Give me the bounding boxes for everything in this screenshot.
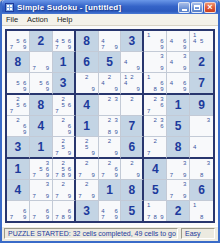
cell-r1c5[interactable]: 479 xyxy=(99,31,122,52)
pencil-empty xyxy=(100,86,107,92)
pencil-empty xyxy=(191,129,198,135)
pencil-mark: 9 xyxy=(44,172,51,178)
pencil-mark: 9 xyxy=(44,86,51,92)
pencil-mark: 9 xyxy=(21,214,28,220)
pencil-empty xyxy=(106,214,113,220)
pencil-mark: 7 xyxy=(100,214,107,220)
cell-r5c1[interactable]: 269 xyxy=(7,116,30,137)
pencil-mark: 7 xyxy=(31,193,38,199)
pencil-mark: 9 xyxy=(90,193,97,199)
cell-r2c5[interactable]: 5 xyxy=(99,52,122,73)
pencil-empty xyxy=(106,108,113,114)
app-icon xyxy=(5,3,14,12)
cell-r5c3[interactable]: 269 xyxy=(53,116,76,137)
cell-r1c3[interactable]: 45679 xyxy=(53,31,76,52)
cell-r7c9[interactable]: 38 xyxy=(190,159,213,180)
cell-r4c4[interactable]: 4 xyxy=(76,95,99,116)
cell-r9c9[interactable]: 18 xyxy=(190,201,213,221)
pencil-empty xyxy=(135,108,141,114)
cell-r3c7[interactable]: 1689 xyxy=(144,73,167,95)
cell-r5c4[interactable]: 1 xyxy=(76,116,99,137)
cell-r4c7[interactable]: 2367 xyxy=(144,95,167,116)
pencil-mark: 9 xyxy=(181,65,188,71)
cell-r9c5[interactable]: 4679 xyxy=(99,201,122,221)
pencil-empty xyxy=(145,44,152,50)
cell-r5c2[interactable]: 4 xyxy=(30,116,53,137)
pencil-mark: 9 xyxy=(66,150,72,156)
pencil-empty xyxy=(152,129,159,135)
pencil-empty xyxy=(83,172,90,178)
pencil-mark: 9 xyxy=(66,214,72,220)
pencil-mark: 7 xyxy=(77,172,84,178)
cell-r4c1[interactable]: 2567 xyxy=(7,95,30,116)
cell-r4c2[interactable]: 8 xyxy=(30,95,53,116)
window-title: Simple Sudoku - [untitled] xyxy=(17,3,178,12)
cell-r1c9[interactable]: 145 xyxy=(190,31,213,52)
pencil-empty xyxy=(205,172,212,178)
minimize-icon xyxy=(182,9,187,11)
pencil-empty xyxy=(205,150,212,156)
pencil-empty xyxy=(106,86,113,92)
pencil-empty xyxy=(191,150,198,156)
pencil-mark: 7 xyxy=(8,214,15,220)
pencil-empty xyxy=(100,108,107,114)
cell-r6c9[interactable]: 4 xyxy=(190,137,213,159)
maximize-icon xyxy=(194,5,200,10)
cell-r9c2[interactable]: 679 xyxy=(30,201,53,221)
menu-action[interactable]: Action xyxy=(27,15,48,24)
cell-r2c8[interactable]: 349 xyxy=(167,52,190,73)
pencil-empty xyxy=(38,214,45,220)
pencil-empty xyxy=(83,150,90,156)
cell-r5c7[interactable]: 236 xyxy=(144,116,167,137)
pencil-mark: 7 xyxy=(8,108,15,114)
pencil-empty xyxy=(175,44,182,50)
pencil-empty xyxy=(38,86,45,92)
cell-r5c9[interactable]: 3 xyxy=(190,116,213,137)
pencil-empty xyxy=(152,108,159,114)
cell-r8c3[interactable]: 279 xyxy=(53,180,76,201)
pencil-mark: 9 xyxy=(21,129,28,135)
cell-r8c6[interactable]: 8 xyxy=(121,180,144,201)
cell-r5c5[interactable]: 2389 xyxy=(99,116,122,137)
cell-r7c5[interactable]: 2679 xyxy=(99,159,122,180)
pencil-mark: 7 xyxy=(145,214,152,220)
cell-r2c1[interactable]: 8 xyxy=(7,52,30,73)
pencil-empty xyxy=(205,129,212,135)
pencil-mark: 7 xyxy=(31,65,38,71)
pencil-empty xyxy=(152,44,159,50)
window-buttons: × xyxy=(178,2,216,13)
cell-r6c3[interactable]: 2579 xyxy=(53,137,76,159)
pencil-mark: 9 xyxy=(181,86,188,92)
cell-r7c7[interactable]: 4 xyxy=(144,159,167,180)
pencil-mark: 9 xyxy=(66,172,72,178)
app-window: Simple Sudoku - [untitled] × File Action… xyxy=(0,0,220,243)
cell-r1c7[interactable]: 169 xyxy=(144,31,167,52)
pencil-empty xyxy=(15,129,22,135)
pencil-mark: 9 xyxy=(181,172,188,178)
cell-r2c2[interactable]: 79 xyxy=(30,52,53,73)
cell-r1c1[interactable]: 5679 xyxy=(7,31,30,52)
cell-r1c2[interactable]: 2 xyxy=(30,31,53,52)
cell-r3c3[interactable]: 3 xyxy=(53,73,76,95)
pencil-mark: 9 xyxy=(135,172,141,178)
cell-r9c8[interactable]: 2 xyxy=(167,201,190,221)
pencil-mark: 7 xyxy=(168,172,175,178)
cell-r1c6[interactable]: 3 xyxy=(121,31,144,52)
cell-r3c5[interactable]: 249 xyxy=(99,73,122,95)
pencil-mark: 9 xyxy=(113,86,120,92)
maximize-button[interactable] xyxy=(191,2,203,13)
pencil-mark: 7 xyxy=(31,214,38,220)
cell-r2c4[interactable]: 6 xyxy=(76,52,99,73)
pencil-empty xyxy=(106,44,113,50)
pencil-empty xyxy=(168,65,175,71)
pencil-mark: 9 xyxy=(135,65,141,71)
pencil-mark: 9 xyxy=(44,193,51,199)
cell-r9c4[interactable]: 3 xyxy=(76,201,99,221)
pencil-empty xyxy=(198,44,205,50)
difficulty-label: Easy xyxy=(181,228,215,239)
pencil-mark: 9 xyxy=(159,86,166,92)
pencil-mark: 9 xyxy=(90,172,97,178)
cell-r9c7[interactable]: 1789 xyxy=(144,201,167,221)
cell-r7c1[interactable]: 1 xyxy=(7,159,30,180)
pencil-mark: 7 xyxy=(168,193,175,199)
pencil-empty xyxy=(83,86,90,92)
cell-r7c4[interactable]: 279 xyxy=(76,159,99,180)
pencil-mark: 7 xyxy=(8,44,15,50)
menubar: File Action Help xyxy=(2,14,218,26)
pencil-empty xyxy=(152,65,159,71)
cell-r6c2[interactable]: 1 xyxy=(30,137,53,159)
cell-r7c6[interactable]: 29 xyxy=(121,159,144,180)
cell-r9c1[interactable]: 679 xyxy=(7,201,30,221)
pencil-mark: 7 xyxy=(77,193,84,199)
pencil-empty xyxy=(15,44,22,50)
cell-r4c8[interactable]: 1 xyxy=(167,95,190,116)
pencil-empty xyxy=(168,86,175,92)
sudoku-board: 5679245679847931694691458791654939349256… xyxy=(5,29,215,223)
pencil-empty xyxy=(106,172,113,178)
pencil-mark: 7 xyxy=(145,108,152,114)
menu-help[interactable]: Help xyxy=(57,15,72,24)
pencil-empty xyxy=(175,193,182,199)
pencil-empty xyxy=(191,172,198,178)
cell-r7c8[interactable]: 379 xyxy=(167,159,190,180)
cell-r4c9[interactable]: 9 xyxy=(190,95,213,116)
pencil-mark: 9 xyxy=(21,86,28,92)
pencil-empty xyxy=(145,129,152,135)
pencil-mark: 7 xyxy=(100,44,107,50)
pencil-mark: 7 xyxy=(145,150,152,156)
pencil-empty xyxy=(83,193,90,199)
cell-r6c5[interactable]: 29 xyxy=(99,137,122,159)
pencil-empty xyxy=(38,193,45,199)
pencil-empty xyxy=(145,86,152,92)
pencil-empty xyxy=(175,65,182,71)
pencil-empty xyxy=(168,44,175,50)
pencil-empty xyxy=(191,44,198,50)
pencil-empty xyxy=(159,150,166,156)
pencil-mark: 7 xyxy=(100,172,107,178)
cell-r3c6[interactable]: 1249 xyxy=(121,73,144,95)
cell-r6c6[interactable]: 6 xyxy=(121,137,144,159)
pencil-mark: 9 xyxy=(113,150,120,156)
cell-r3c2[interactable]: 569 xyxy=(30,73,53,95)
pencil-mark: 8 xyxy=(152,86,159,92)
menu-file[interactable]: File xyxy=(6,15,18,24)
cell-r4c5[interactable]: 23 xyxy=(99,95,122,116)
pencil-mark: 9 xyxy=(66,44,72,50)
titlebar[interactable]: Simple Sudoku - [untitled] × xyxy=(2,0,218,14)
pencil-mark: 9 xyxy=(113,44,120,50)
pencil-empty xyxy=(15,108,22,114)
pencil-empty xyxy=(205,44,212,50)
pencil-empty xyxy=(159,129,166,135)
cell-r6c1[interactable]: 3 xyxy=(7,137,30,159)
pencil-mark: 9 xyxy=(159,214,166,220)
cell-r8c4[interactable]: 279 xyxy=(76,180,99,201)
cell-r8c9[interactable]: 6 xyxy=(190,180,213,201)
pencil-mark: 8 xyxy=(198,214,205,220)
pencil-empty xyxy=(106,150,113,156)
cell-r3c9[interactable]: 7 xyxy=(190,73,213,95)
cell-r7c2[interactable]: 35679 xyxy=(30,159,53,180)
pencil-mark: 9 xyxy=(113,172,120,178)
pencil-mark: 9 xyxy=(90,150,97,156)
pencil-mark: 7 xyxy=(31,172,38,178)
pencil-empty xyxy=(205,214,212,220)
cell-r3c4[interactable]: 29 xyxy=(76,73,99,95)
cell-r6c7[interactable]: 27 xyxy=(144,137,167,159)
cell-r8c2[interactable]: 379 xyxy=(30,180,53,201)
status-message: PUZZLE STARTED: 32 cells completed, 49 c… xyxy=(4,228,178,239)
cell-r3c1[interactable]: 569 xyxy=(7,73,30,95)
pencil-empty xyxy=(8,86,15,92)
cell-r2c7[interactable]: 39 xyxy=(144,52,167,73)
pencil-empty xyxy=(21,108,28,114)
cell-r4c6[interactable]: 2 xyxy=(121,95,144,116)
pencil-empty xyxy=(8,129,15,135)
pencil-empty xyxy=(191,214,198,220)
pencil-mark: 9 xyxy=(181,193,188,199)
pencil-mark: 8 xyxy=(152,214,159,220)
pencil-mark: 8 xyxy=(106,129,113,135)
cell-r5c6[interactable]: 7 xyxy=(121,116,144,137)
pencil-empty xyxy=(15,214,22,220)
pencil-mark: 9 xyxy=(66,193,72,199)
cell-r1c4[interactable]: 8 xyxy=(76,31,99,52)
pencil-empty xyxy=(38,172,45,178)
pencil-empty xyxy=(38,65,45,71)
pencil-mark: 9 xyxy=(113,129,120,135)
cell-r1c8[interactable]: 469 xyxy=(167,31,190,52)
pencil-empty xyxy=(145,65,152,71)
pencil-mark: 9 xyxy=(135,86,141,92)
pencil-empty xyxy=(66,108,72,114)
close-button[interactable]: × xyxy=(204,2,216,13)
pencil-empty xyxy=(198,129,205,135)
cell-r8c1[interactable]: 4 xyxy=(7,180,30,201)
statusbar: PUZZLE STARTED: 32 cells completed, 49 c… xyxy=(2,226,218,241)
board-area: 5679245679847931694691458791654939349256… xyxy=(2,26,218,226)
pencil-mark: 9 xyxy=(44,65,51,71)
cell-r3c8[interactable]: 469 xyxy=(167,73,190,95)
cell-r2c3[interactable]: 1 xyxy=(53,52,76,73)
pencil-mark: 9 xyxy=(44,214,51,220)
pencil-mark: 9 xyxy=(181,44,188,50)
minimize-button[interactable] xyxy=(178,2,190,13)
cell-r8c8[interactable]: 379 xyxy=(167,180,190,201)
cell-r2c6[interactable]: 49 xyxy=(121,52,144,73)
pencil-empty xyxy=(31,86,38,92)
pencil-empty xyxy=(77,86,84,92)
cell-r8c7[interactable]: 5 xyxy=(144,180,167,201)
pencil-empty xyxy=(100,150,107,156)
pencil-mark: 9 xyxy=(21,44,28,50)
pencil-empty xyxy=(159,108,166,114)
cell-r6c8[interactable]: 8 xyxy=(167,137,190,159)
pencil-empty xyxy=(198,150,205,156)
cell-r4c3[interactable]: 2567 xyxy=(53,95,76,116)
pencil-empty xyxy=(152,150,159,156)
pencil-empty xyxy=(175,172,182,178)
pencil-empty xyxy=(77,150,84,156)
pencil-mark: 8 xyxy=(198,172,205,178)
pencil-empty xyxy=(15,86,22,92)
cell-r9c3[interactable]: 6789 xyxy=(53,201,76,221)
cell-r8c5[interactable]: 1 xyxy=(99,180,122,201)
pencil-empty xyxy=(175,86,182,92)
pencil-mark: 9 xyxy=(66,129,72,135)
cell-r5c8[interactable]: 5 xyxy=(167,116,190,137)
pencil-mark: 9 xyxy=(90,86,97,92)
cell-r6c4[interactable]: 259 xyxy=(76,137,99,159)
pencil-mark: 9 xyxy=(113,214,120,220)
cell-r2c9[interactable]: 2 xyxy=(190,52,213,73)
pencil-mark: 9 xyxy=(159,65,166,71)
cell-r7c3[interactable]: 256789 xyxy=(53,159,76,180)
pencil-mark: 9 xyxy=(159,44,166,50)
cell-r9c6[interactable]: 5 xyxy=(121,201,144,221)
pencil-empty xyxy=(100,129,107,135)
pencil-empty xyxy=(113,108,120,114)
